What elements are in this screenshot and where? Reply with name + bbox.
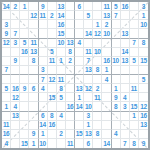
cell-r1c8[interactable] bbox=[66, 2, 75, 11]
given-number: 15 bbox=[140, 57, 146, 64]
cell-r5c7[interactable]: 10 bbox=[57, 39, 66, 48]
cell-r11c4[interactable] bbox=[29, 93, 38, 102]
cell-r2c13[interactable]: 7 bbox=[112, 11, 121, 20]
cell-r5c2[interactable]: 3 bbox=[11, 39, 20, 48]
cell-r12c9[interactable]: 14 bbox=[75, 102, 84, 111]
cell-r10c2[interactable]: 16 bbox=[11, 84, 20, 93]
cell-r12c4[interactable] bbox=[29, 102, 38, 111]
cell-r1c4[interactable] bbox=[29, 2, 38, 11]
cell-r13c16[interactable]: 16 bbox=[139, 112, 148, 121]
cell-r14c12[interactable] bbox=[102, 121, 111, 130]
cell-r11c3[interactable] bbox=[20, 93, 29, 102]
cell-r14c7[interactable] bbox=[57, 121, 66, 130]
given-number: 4 bbox=[4, 140, 7, 147]
cell-r6c8[interactable]: 8 bbox=[66, 48, 75, 57]
cell-r8c1[interactable]: 7 bbox=[2, 66, 11, 75]
cell-r15c11[interactable]: 8 bbox=[93, 130, 102, 139]
cell-r3c2[interactable] bbox=[11, 20, 20, 29]
cell-r7c1[interactable] bbox=[2, 57, 11, 66]
cell-r9c8[interactable] bbox=[66, 75, 75, 84]
cell-r3c13[interactable] bbox=[112, 20, 121, 29]
cell-r16c5[interactable]: 10 bbox=[39, 139, 48, 148]
given-number: 3 bbox=[14, 39, 17, 46]
cell-r10c3[interactable]: 9 bbox=[20, 84, 29, 93]
cell-r12c12[interactable] bbox=[102, 102, 111, 111]
cell-r7c6[interactable]: 11 bbox=[48, 57, 57, 66]
cell-r12c7[interactable] bbox=[57, 102, 66, 111]
cell-r10c13[interactable]: 1 bbox=[112, 84, 121, 93]
cell-r6c4[interactable]: 13 bbox=[29, 48, 38, 57]
cell-r2c4[interactable]: 12 bbox=[29, 11, 38, 20]
cell-r4c15[interactable] bbox=[130, 29, 139, 38]
cell-r3c1[interactable]: 3 bbox=[2, 20, 11, 29]
given-number: 13 bbox=[30, 48, 36, 55]
cell-r7c4[interactable]: 8 bbox=[29, 57, 38, 66]
cell-r13c10[interactable]: 3 bbox=[84, 112, 93, 121]
cell-r6c6[interactable]: 5 bbox=[48, 48, 57, 57]
cell-r3c5[interactable] bbox=[39, 20, 48, 29]
cell-r6c14[interactable]: 14 bbox=[121, 48, 130, 57]
cell-r16c10[interactable]: 6 bbox=[84, 139, 93, 148]
cell-r4c9[interactable] bbox=[75, 29, 84, 38]
cell-r6c2[interactable] bbox=[11, 48, 20, 57]
cell-r15c10[interactable]: 13 bbox=[84, 130, 93, 139]
cell-r12c14[interactable]: 3 bbox=[121, 102, 130, 111]
cell-r14c5[interactable]: 14 bbox=[39, 121, 48, 130]
cell-r13c2[interactable]: 13 bbox=[11, 112, 20, 121]
cell-r16c9[interactable] bbox=[75, 139, 84, 148]
cell-r16c4[interactable]: 1 bbox=[29, 139, 38, 148]
cell-r15c7[interactable]: 2 bbox=[57, 130, 66, 139]
cell-r14c8[interactable] bbox=[66, 121, 75, 130]
cell-r10c4[interactable]: 6 bbox=[29, 84, 38, 93]
given-number: 13 bbox=[76, 85, 82, 92]
given-number: 3 bbox=[142, 3, 145, 10]
cell-r15c13[interactable]: 4 bbox=[112, 130, 121, 139]
cell-r9c1[interactable] bbox=[2, 75, 11, 84]
cell-r15c6[interactable] bbox=[48, 130, 57, 139]
cell-r8c3[interactable] bbox=[20, 66, 29, 75]
cell-r16c1[interactable]: 4 bbox=[2, 139, 11, 148]
cell-r4c10[interactable]: 14 bbox=[84, 29, 93, 38]
cell-r2c10[interactable]: 5 bbox=[84, 11, 93, 20]
given-number: 13 bbox=[85, 130, 91, 137]
cell-r8c8[interactable] bbox=[66, 66, 75, 75]
cell-r1c9[interactable]: 6 bbox=[75, 2, 84, 11]
cell-r8c12[interactable]: 1 bbox=[102, 66, 111, 75]
cell-r14c13[interactable] bbox=[112, 121, 121, 130]
cell-r8c5[interactable]: 3 bbox=[39, 66, 48, 75]
cell-r3c3[interactable] bbox=[20, 20, 29, 29]
cell-r6c3[interactable]: 16 bbox=[20, 48, 29, 57]
given-number: 1 bbox=[41, 130, 44, 137]
cell-r4c3[interactable] bbox=[20, 29, 29, 38]
given-number: 7 bbox=[14, 30, 17, 37]
cell-r4c16[interactable] bbox=[139, 29, 148, 38]
cell-r15c16[interactable] bbox=[139, 130, 148, 139]
cell-r4c5[interactable] bbox=[39, 29, 48, 38]
cell-r8c13[interactable] bbox=[112, 66, 121, 75]
cell-r3c7[interactable]: 16 bbox=[57, 20, 66, 29]
given-number: 7 bbox=[123, 140, 126, 147]
cell-r11c13[interactable]: 9 bbox=[112, 93, 121, 102]
given-number: 1 bbox=[87, 121, 90, 128]
cell-r9c11[interactable] bbox=[93, 75, 102, 84]
given-number: 11 bbox=[67, 140, 73, 147]
cell-r15c5[interactable]: 1 bbox=[39, 130, 48, 139]
cell-r6c16[interactable] bbox=[139, 48, 148, 57]
cell-r14c6[interactable]: 16 bbox=[48, 121, 57, 130]
cell-r9c4[interactable] bbox=[29, 75, 38, 84]
given-number: 7 bbox=[41, 76, 44, 83]
cell-r7c11[interactable] bbox=[93, 57, 102, 66]
given-number: 8 bbox=[59, 85, 62, 92]
cell-r14c16[interactable]: 13 bbox=[139, 121, 148, 130]
given-number: 7 bbox=[114, 12, 117, 19]
cell-r1c11[interactable] bbox=[93, 2, 102, 11]
cell-r8c16[interactable] bbox=[139, 66, 148, 75]
cell-r11c12[interactable] bbox=[102, 93, 111, 102]
cell-r10c10[interactable]: 12 bbox=[84, 84, 93, 93]
cell-r13c11[interactable] bbox=[93, 112, 102, 121]
cell-r15c1[interactable]: 16 bbox=[2, 130, 11, 139]
cell-r10c1[interactable]: 5 bbox=[2, 84, 11, 93]
cell-r10c11[interactable]: 2 bbox=[93, 84, 102, 93]
cell-r4c13[interactable] bbox=[112, 29, 121, 38]
cell-r6c9[interactable] bbox=[75, 48, 84, 57]
cell-r12c1[interactable]: 1 bbox=[2, 102, 11, 111]
cell-r16c16[interactable]: 9 bbox=[139, 139, 148, 148]
given-number: 2 bbox=[105, 21, 108, 28]
cell-r6c1[interactable] bbox=[2, 48, 11, 57]
cell-r3c14[interactable] bbox=[121, 20, 130, 29]
cell-r5c12[interactable] bbox=[102, 39, 111, 48]
cell-r9c14[interactable] bbox=[121, 75, 130, 84]
cell-r5c3[interactable]: 5 bbox=[20, 39, 29, 48]
cell-r16c13[interactable] bbox=[112, 139, 121, 148]
cell-r1c1[interactable]: 14 bbox=[2, 2, 11, 11]
cell-r4c6[interactable] bbox=[48, 29, 57, 38]
cell-r16c15[interactable]: 8 bbox=[130, 139, 139, 148]
cell-r11c15[interactable] bbox=[130, 93, 139, 102]
cell-r10c15[interactable]: 11 bbox=[130, 84, 139, 93]
cell-r9c7[interactable]: 11 bbox=[57, 75, 66, 84]
cell-r1c15[interactable] bbox=[130, 2, 139, 11]
cell-r6c13[interactable] bbox=[112, 48, 121, 57]
cell-r16c14[interactable]: 7 bbox=[121, 139, 130, 148]
given-number: 1 bbox=[32, 140, 35, 147]
cell-r4c7[interactable]: 15 bbox=[57, 29, 66, 38]
given-number: 1 bbox=[142, 12, 145, 19]
cell-r11c16[interactable] bbox=[139, 93, 148, 102]
cell-r15c14[interactable] bbox=[121, 130, 130, 139]
given-number: 14 bbox=[76, 103, 82, 110]
given-number: 12 bbox=[48, 76, 54, 83]
cell-r9c9[interactable] bbox=[75, 75, 84, 84]
cell-r16c2[interactable] bbox=[11, 139, 20, 148]
cell-r13c6[interactable]: 8 bbox=[48, 112, 57, 121]
cell-r8c10[interactable]: 13 bbox=[84, 66, 93, 75]
cell-r2c5[interactable]: 11 bbox=[39, 11, 48, 20]
given-number: 7 bbox=[132, 39, 135, 46]
cell-r12c5[interactable] bbox=[39, 102, 48, 111]
cell-r8c14[interactable] bbox=[121, 66, 130, 75]
given-number: 14 bbox=[121, 48, 127, 55]
given-number: 13 bbox=[121, 30, 127, 37]
cell-r2c6[interactable]: 2 bbox=[48, 11, 57, 20]
cell-r9c16[interactable]: 5 bbox=[139, 75, 148, 84]
cell-r10c8[interactable] bbox=[66, 84, 75, 93]
cell-r7c2[interactable]: 9 bbox=[11, 57, 20, 66]
cell-r10c7[interactable]: 8 bbox=[57, 84, 66, 93]
cell-r2c16[interactable]: 1 bbox=[139, 11, 148, 20]
cell-r13c9[interactable] bbox=[75, 112, 84, 121]
cell-r11c7[interactable]: 5 bbox=[57, 93, 66, 102]
cell-r13c4[interactable] bbox=[29, 112, 38, 121]
cell-r7c15[interactable]: 5 bbox=[130, 57, 139, 66]
cell-r16c11[interactable] bbox=[93, 139, 102, 148]
cell-r9c6[interactable]: 12 bbox=[48, 75, 57, 84]
cell-r13c5[interactable]: 6 bbox=[39, 112, 48, 121]
given-number: 3 bbox=[87, 112, 90, 119]
cell-r1c13[interactable]: 5 bbox=[112, 2, 121, 11]
cell-r7c3[interactable] bbox=[20, 57, 29, 66]
cell-r1c10[interactable] bbox=[84, 2, 93, 11]
cell-r5c11[interactable] bbox=[93, 39, 102, 48]
cell-r11c1[interactable] bbox=[2, 93, 11, 102]
cell-r11c10[interactable] bbox=[84, 93, 93, 102]
given-number: 16 bbox=[12, 85, 18, 92]
cell-r14c4[interactable] bbox=[29, 121, 38, 130]
cell-r2c11[interactable] bbox=[93, 11, 102, 20]
given-number: 9 bbox=[23, 85, 26, 92]
given-number: 2 bbox=[68, 57, 71, 64]
cell-r6c15[interactable] bbox=[130, 48, 139, 57]
cell-r10c9[interactable]: 13 bbox=[75, 84, 84, 93]
cell-r12c11[interactable] bbox=[93, 102, 102, 111]
cell-r5c9[interactable]: 4 bbox=[75, 39, 84, 48]
cell-r2c14[interactable] bbox=[121, 11, 130, 20]
cell-r4c2[interactable]: 7 bbox=[11, 29, 20, 38]
cell-r5c14[interactable] bbox=[121, 39, 130, 48]
cell-r13c15[interactable]: 1 bbox=[130, 112, 139, 121]
cell-r16c3[interactable]: 15 bbox=[20, 139, 29, 148]
cell-r15c12[interactable] bbox=[102, 130, 111, 139]
given-number: 9 bbox=[4, 30, 7, 37]
given-number: 4 bbox=[105, 76, 108, 83]
cell-r15c15[interactable] bbox=[130, 130, 139, 139]
given-number: 13 bbox=[85, 66, 91, 73]
cell-r13c12[interactable] bbox=[102, 112, 111, 121]
cell-r3c9[interactable] bbox=[75, 20, 84, 29]
cell-r3c15[interactable] bbox=[130, 20, 139, 29]
cell-r2c7[interactable]: 14 bbox=[57, 11, 66, 20]
cell-r2c15[interactable] bbox=[130, 11, 139, 20]
cell-r7c5[interactable] bbox=[39, 57, 48, 66]
cell-r7c12[interactable]: 16 bbox=[102, 57, 111, 66]
cell-r4c4[interactable] bbox=[29, 29, 38, 38]
cell-r7c14[interactable]: 13 bbox=[121, 57, 130, 66]
cell-r15c2[interactable] bbox=[11, 130, 20, 139]
cell-r12c16[interactable]: 12 bbox=[139, 102, 148, 111]
cell-r8c11[interactable]: 8 bbox=[93, 66, 102, 75]
cell-r11c8[interactable] bbox=[66, 93, 75, 102]
cell-r13c13[interactable] bbox=[112, 112, 121, 121]
cell-r2c1[interactable] bbox=[2, 11, 11, 20]
cell-r4c11[interactable]: 12 bbox=[93, 29, 102, 38]
cell-r8c4[interactable] bbox=[29, 66, 38, 75]
cell-r9c2[interactable] bbox=[11, 75, 20, 84]
cell-r15c8[interactable] bbox=[66, 130, 75, 139]
cell-r13c7[interactable]: 4 bbox=[57, 112, 66, 121]
cell-r12c13[interactable]: 8 bbox=[112, 102, 121, 111]
cell-r4c1[interactable]: 9 bbox=[2, 29, 11, 38]
cell-r5c5[interactable] bbox=[39, 39, 48, 48]
cell-r9c3[interactable] bbox=[20, 75, 29, 84]
given-number: 4 bbox=[114, 130, 117, 137]
cell-r5c8[interactable]: 13 bbox=[66, 39, 75, 48]
cell-r16c8[interactable]: 11 bbox=[66, 139, 75, 148]
cell-r6c11[interactable]: 10 bbox=[93, 48, 102, 57]
cell-r4c14[interactable]: 13 bbox=[121, 29, 130, 38]
cell-r15c9[interactable]: 15 bbox=[75, 130, 84, 139]
cell-r14c15[interactable] bbox=[130, 121, 139, 130]
cell-r11c11[interactable]: 11 bbox=[93, 93, 102, 102]
given-number: 16 bbox=[3, 130, 9, 137]
cell-r8c15[interactable] bbox=[130, 66, 139, 75]
cell-r16c12[interactable]: 14 bbox=[102, 139, 111, 148]
cell-r15c4[interactable]: 9 bbox=[29, 130, 38, 139]
cell-r2c2[interactable] bbox=[11, 11, 20, 20]
cell-r2c8[interactable] bbox=[66, 11, 75, 20]
cell-r2c9[interactable] bbox=[75, 11, 84, 20]
cell-r14c11[interactable] bbox=[93, 121, 102, 130]
cell-r15c3[interactable] bbox=[20, 130, 29, 139]
cell-r13c14[interactable] bbox=[121, 112, 130, 121]
cell-r1c3[interactable]: 1 bbox=[20, 2, 29, 11]
cell-r2c3[interactable] bbox=[20, 11, 29, 20]
cell-r9c12[interactable]: 4 bbox=[102, 75, 111, 84]
given-number: 6 bbox=[32, 85, 35, 92]
cell-r14c10[interactable]: 1 bbox=[84, 121, 93, 130]
cell-r14c3[interactable] bbox=[20, 121, 29, 130]
cell-r5c15[interactable]: 7 bbox=[130, 39, 139, 48]
cell-r1c5[interactable]: 9 bbox=[39, 2, 48, 11]
cell-r1c6[interactable] bbox=[48, 2, 57, 11]
cell-r12c10[interactable]: 10 bbox=[84, 102, 93, 111]
cell-r4c12[interactable]: 10 bbox=[102, 29, 111, 38]
given-number: 8 bbox=[68, 48, 71, 55]
cell-r11c6[interactable]: 15 bbox=[48, 93, 57, 102]
given-number: 11 bbox=[94, 94, 100, 101]
cell-r14c9[interactable] bbox=[75, 121, 84, 130]
cell-r7c13[interactable]: 10 bbox=[112, 57, 121, 66]
cell-r5c6[interactable] bbox=[48, 39, 57, 48]
given-number: 4 bbox=[123, 94, 126, 101]
cell-r5c1[interactable]: 12 bbox=[2, 39, 11, 48]
cell-r2c12[interactable]: 13 bbox=[102, 11, 111, 20]
cell-r9c13[interactable] bbox=[112, 75, 121, 84]
given-number: 11 bbox=[131, 85, 137, 92]
cell-r13c3[interactable] bbox=[20, 112, 29, 121]
cell-r1c16[interactable]: 3 bbox=[139, 2, 148, 11]
cell-r7c9[interactable] bbox=[75, 57, 84, 66]
cell-r5c10[interactable] bbox=[84, 39, 93, 48]
cell-r3c12[interactable]: 2 bbox=[102, 20, 111, 29]
cell-r6c7[interactable] bbox=[57, 48, 66, 57]
cell-r9c5[interactable]: 7 bbox=[39, 75, 48, 84]
cell-r3c8[interactable] bbox=[66, 20, 75, 29]
cell-r3c10[interactable] bbox=[84, 20, 93, 29]
cell-r7c16[interactable]: 15 bbox=[139, 57, 148, 66]
cell-r11c5[interactable] bbox=[39, 93, 48, 102]
cell-r6c12[interactable] bbox=[102, 48, 111, 57]
cell-r1c14[interactable]: 16 bbox=[121, 2, 130, 11]
cell-r14c14[interactable] bbox=[121, 121, 130, 130]
given-number: 9 bbox=[114, 94, 117, 101]
cell-r5c13[interactable] bbox=[112, 39, 121, 48]
cell-r6c10[interactable]: 11 bbox=[84, 48, 93, 57]
cell-r13c8[interactable] bbox=[66, 112, 75, 121]
cell-r9c10[interactable] bbox=[84, 75, 93, 84]
cell-r14c1[interactable]: 11 bbox=[2, 121, 11, 130]
cell-r7c7[interactable]: 1 bbox=[57, 57, 66, 66]
cell-r8c6[interactable] bbox=[48, 66, 57, 75]
cell-r7c10[interactable]: 7 bbox=[84, 57, 93, 66]
cell-r8c2[interactable] bbox=[11, 66, 20, 75]
cell-r7c8[interactable]: 2 bbox=[66, 57, 75, 66]
cell-r12c6[interactable] bbox=[48, 102, 57, 111]
cell-r10c6[interactable] bbox=[48, 84, 57, 93]
cell-r10c16[interactable] bbox=[139, 84, 148, 93]
cell-r3c16[interactable]: 10 bbox=[139, 20, 148, 29]
given-number: 9 bbox=[142, 140, 145, 147]
cell-r11c2[interactable]: 12 bbox=[11, 93, 20, 102]
cell-r9c15[interactable] bbox=[130, 75, 139, 84]
cell-r16c6[interactable] bbox=[48, 139, 57, 148]
cell-r10c12[interactable] bbox=[102, 84, 111, 93]
cell-r12c2[interactable]: 4 bbox=[11, 102, 20, 111]
cell-r3c11[interactable]: 1 bbox=[93, 20, 102, 29]
cell-r1c2[interactable]: 2 bbox=[11, 2, 20, 11]
cell-r3c4[interactable] bbox=[29, 20, 38, 29]
given-number: 7 bbox=[4, 66, 7, 73]
cell-r14c2[interactable] bbox=[11, 121, 20, 130]
cell-r1c12[interactable]: 11 bbox=[102, 2, 111, 11]
cell-r6c5[interactable] bbox=[39, 48, 48, 57]
cell-r11c14[interactable]: 4 bbox=[121, 93, 130, 102]
cell-r16c7[interactable] bbox=[57, 139, 66, 148]
cell-r1c7[interactable]: 13 bbox=[57, 2, 66, 11]
cell-r13c1[interactable] bbox=[2, 112, 11, 121]
cell-r8c7[interactable] bbox=[57, 66, 66, 75]
given-number: 3 bbox=[4, 21, 7, 28]
cell-r4c8[interactable] bbox=[66, 29, 75, 38]
cell-r8c9[interactable] bbox=[75, 66, 84, 75]
cell-r12c3[interactable] bbox=[20, 102, 29, 111]
cell-r10c5[interactable]: 4 bbox=[39, 84, 48, 93]
given-number: 3 bbox=[123, 103, 126, 110]
cell-r12c15[interactable]: 15 bbox=[130, 102, 139, 111]
cell-r12c8[interactable]: 16 bbox=[66, 102, 75, 111]
cell-r5c4[interactable]: 11 bbox=[29, 39, 38, 48]
cell-r3c6[interactable] bbox=[48, 20, 57, 29]
cell-r5c16[interactable]: 8 bbox=[139, 39, 148, 48]
given-number: 3 bbox=[41, 66, 44, 73]
cell-r11c9[interactable]: 1 bbox=[75, 93, 84, 102]
cell-r10c14[interactable] bbox=[121, 84, 130, 93]
given-number: 14 bbox=[103, 140, 109, 147]
